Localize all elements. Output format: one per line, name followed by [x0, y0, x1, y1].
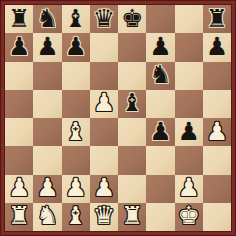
piece-white-rook[interactable]: ♜	[121, 203, 143, 228]
square-h1[interactable]	[203, 203, 231, 231]
square-b1[interactable]: ♞	[33, 203, 61, 231]
piece-black-pawn[interactable]: ♟	[149, 119, 171, 144]
piece-black-pawn[interactable]: ♟	[8, 34, 30, 59]
piece-black-rook[interactable]: ♜	[8, 6, 30, 31]
piece-black-pawn[interactable]: ♟	[177, 119, 199, 144]
piece-black-pawn[interactable]: ♟	[149, 34, 171, 59]
square-a8[interactable]: ♜	[5, 5, 33, 33]
piece-white-pawn[interactable]: ♟	[8, 175, 30, 200]
square-e5[interactable]: ♝	[118, 90, 146, 118]
square-d5[interactable]: ♟	[90, 90, 118, 118]
square-a6[interactable]	[5, 62, 33, 90]
square-a2[interactable]: ♟	[5, 175, 33, 203]
square-d1[interactable]: ♛	[90, 203, 118, 231]
square-a1[interactable]: ♜	[5, 203, 33, 231]
square-h7[interactable]: ♟	[203, 33, 231, 61]
piece-black-queen[interactable]: ♛	[93, 6, 115, 31]
piece-white-king[interactable]: ♚	[177, 203, 199, 228]
square-d2[interactable]: ♟	[90, 175, 118, 203]
square-c6[interactable]	[62, 62, 90, 90]
square-c2[interactable]: ♟	[62, 175, 90, 203]
square-e8[interactable]: ♚	[118, 5, 146, 33]
square-g1[interactable]: ♚	[175, 203, 203, 231]
square-h3[interactable]	[203, 146, 231, 174]
piece-white-pawn[interactable]: ♟	[93, 90, 115, 115]
square-c8[interactable]: ♝	[62, 5, 90, 33]
square-c4[interactable]: ♝	[62, 118, 90, 146]
square-e1[interactable]: ♜	[118, 203, 146, 231]
piece-white-pawn[interactable]: ♟	[36, 175, 58, 200]
board-frame: ♜♞♝♛♚♜♟♟♟♟♟♞♟♝♝♟♟♟♟♟♟♟♟♜♞♝♛♜♚	[0, 0, 236, 236]
chess-app: ♜♞♝♛♚♜♟♟♟♟♟♞♟♝♝♟♟♟♟♟♟♟♟♜♞♝♛♜♚	[0, 0, 236, 236]
piece-white-queen[interactable]: ♛	[93, 203, 115, 228]
piece-black-pawn[interactable]: ♟	[64, 34, 86, 59]
piece-white-knight[interactable]: ♞	[36, 203, 58, 228]
piece-white-pawn[interactable]: ♟	[93, 175, 115, 200]
square-e6[interactable]	[118, 62, 146, 90]
chess-board[interactable]: ♜♞♝♛♚♜♟♟♟♟♟♞♟♝♝♟♟♟♟♟♟♟♟♜♞♝♛♜♚	[4, 4, 232, 232]
piece-black-pawn[interactable]: ♟	[36, 34, 58, 59]
square-b3[interactable]	[33, 146, 61, 174]
square-f8[interactable]	[146, 5, 174, 33]
piece-black-bishop[interactable]: ♝	[64, 6, 86, 31]
square-b2[interactable]: ♟	[33, 175, 61, 203]
square-c7[interactable]: ♟	[62, 33, 90, 61]
square-h8[interactable]: ♜	[203, 5, 231, 33]
square-g3[interactable]	[175, 146, 203, 174]
square-h6[interactable]	[203, 62, 231, 90]
square-f2[interactable]	[146, 175, 174, 203]
square-a5[interactable]	[5, 90, 33, 118]
square-b8[interactable]: ♞	[33, 5, 61, 33]
square-a7[interactable]: ♟	[5, 33, 33, 61]
square-g6[interactable]	[175, 62, 203, 90]
piece-white-pawn[interactable]: ♟	[206, 119, 228, 144]
piece-white-bishop[interactable]: ♝	[64, 203, 86, 228]
piece-white-bishop[interactable]: ♝	[64, 119, 86, 144]
square-c1[interactable]: ♝	[62, 203, 90, 231]
square-d8[interactable]: ♛	[90, 5, 118, 33]
square-h5[interactable]	[203, 90, 231, 118]
piece-black-knight[interactable]: ♞	[149, 62, 171, 87]
square-g2[interactable]: ♟	[175, 175, 203, 203]
square-h4[interactable]: ♟	[203, 118, 231, 146]
square-g7[interactable]	[175, 33, 203, 61]
piece-black-pawn[interactable]: ♟	[206, 34, 228, 59]
square-b5[interactable]	[33, 90, 61, 118]
square-e7[interactable]	[118, 33, 146, 61]
piece-black-rook[interactable]: ♜	[206, 6, 228, 31]
piece-black-knight[interactable]: ♞	[36, 6, 58, 31]
square-g5[interactable]	[175, 90, 203, 118]
piece-black-bishop[interactable]: ♝	[121, 90, 143, 115]
square-d6[interactable]	[90, 62, 118, 90]
square-c5[interactable]	[62, 90, 90, 118]
square-c3[interactable]	[62, 146, 90, 174]
square-e2[interactable]	[118, 175, 146, 203]
square-b6[interactable]	[33, 62, 61, 90]
square-f1[interactable]	[146, 203, 174, 231]
piece-white-rook[interactable]: ♜	[8, 203, 30, 228]
square-d7[interactable]	[90, 33, 118, 61]
square-g8[interactable]	[175, 5, 203, 33]
square-f6[interactable]: ♞	[146, 62, 174, 90]
square-e3[interactable]	[118, 146, 146, 174]
square-f5[interactable]	[146, 90, 174, 118]
square-b4[interactable]	[33, 118, 61, 146]
square-a4[interactable]	[5, 118, 33, 146]
square-f3[interactable]	[146, 146, 174, 174]
square-g4[interactable]: ♟	[175, 118, 203, 146]
piece-white-pawn[interactable]: ♟	[177, 175, 199, 200]
square-h2[interactable]	[203, 175, 231, 203]
square-f7[interactable]: ♟	[146, 33, 174, 61]
square-d4[interactable]	[90, 118, 118, 146]
square-f4[interactable]: ♟	[146, 118, 174, 146]
piece-black-king[interactable]: ♚	[121, 6, 143, 31]
piece-white-pawn[interactable]: ♟	[64, 175, 86, 200]
square-d3[interactable]	[90, 146, 118, 174]
square-e4[interactable]	[118, 118, 146, 146]
square-a3[interactable]	[5, 146, 33, 174]
square-b7[interactable]: ♟	[33, 33, 61, 61]
